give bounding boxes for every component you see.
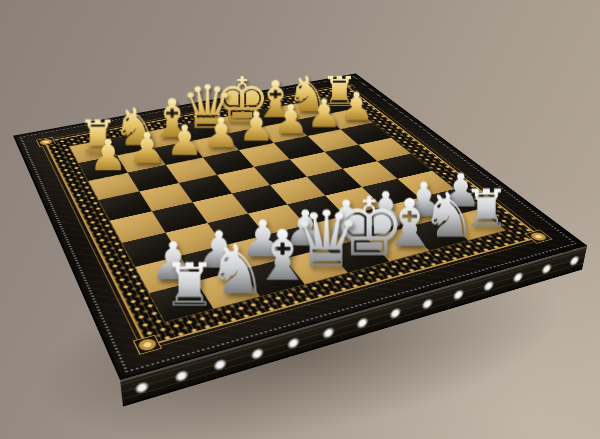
corner-rosette-icon bbox=[36, 137, 56, 147]
piece-gold-pawn[interactable]: ♟ bbox=[202, 114, 239, 153]
piece-gold-pawn[interactable]: ♟ bbox=[339, 89, 374, 126]
piece-gold-pawn[interactable]: ♟ bbox=[165, 121, 203, 161]
piece-silver-rook[interactable]: ♜ bbox=[162, 258, 216, 315]
corner-rosette-icon bbox=[524, 229, 553, 243]
scene: ♜♞♝♛♚♝♞♜♟♟♟♟♟♟♟♟♟♟♟♟♟♟♟♟♜♞♝♛♚♝♞♜ bbox=[0, 0, 600, 439]
piece-gold-pawn[interactable]: ♟ bbox=[88, 135, 127, 176]
piece-gold-pawn[interactable]: ♟ bbox=[272, 101, 308, 139]
photo-backdrop: ♜♞♝♛♚♝♞♜♟♟♟♟♟♟♟♟♟♟♟♟♟♟♟♟♜♞♝♛♚♝♞♜ bbox=[0, 0, 600, 439]
chess-board: ♜♞♝♛♚♝♞♜♟♟♟♟♟♟♟♟♟♟♟♟♟♟♟♟♜♞♝♛♚♝♞♜ bbox=[13, 74, 587, 381]
piece-gold-pawn[interactable]: ♟ bbox=[128, 128, 166, 168]
piece-gold-pawn[interactable]: ♟ bbox=[238, 107, 274, 146]
piece-gold-pawn[interactable]: ♟ bbox=[306, 95, 341, 133]
